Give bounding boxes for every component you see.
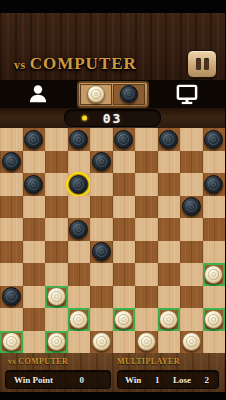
black-piece	[2, 152, 21, 171]
vs-pieces-panel	[77, 81, 149, 108]
title-main: COMPUTER	[30, 54, 137, 73]
board-cell-r6c2[interactable]	[45, 263, 68, 286]
board-cell-r1c2[interactable]	[45, 151, 68, 174]
board-cell-r7c0[interactable]	[0, 286, 23, 309]
board-cell-r2c2[interactable]	[45, 173, 68, 196]
board-cell-r7c8[interactable]	[180, 286, 203, 309]
board-cell-r5c7[interactable]	[158, 241, 181, 264]
white-piece	[114, 310, 133, 329]
win-label: Win	[125, 375, 141, 385]
board-cell-r1c0[interactable]	[0, 151, 23, 174]
board-cell-r0c8[interactable]	[180, 128, 203, 151]
move-timer: 03	[64, 109, 161, 127]
board-cell-r4c9[interactable]	[203, 218, 226, 241]
board-cell-r6c7[interactable]	[158, 263, 181, 286]
board-cell-r0c9[interactable]	[203, 128, 226, 151]
black-piece	[159, 130, 178, 149]
board-cell-r2c4[interactable]	[90, 173, 113, 196]
board-cell-r5c4[interactable]	[90, 241, 113, 264]
person-icon	[27, 83, 49, 105]
board-cell-r8c3[interactable]	[68, 308, 91, 331]
board-cell-r0c3[interactable]	[68, 128, 91, 151]
board-cell-r7c3[interactable]	[68, 286, 91, 309]
board-cell-r6c8[interactable]	[180, 263, 203, 286]
board-cell-r1c3[interactable]	[68, 151, 91, 174]
footer-left-section-label: vs COMPUTER	[8, 357, 68, 366]
board-cell-r6c5[interactable]	[113, 263, 136, 286]
board-cell-r7c2[interactable]	[45, 286, 68, 309]
white-piece	[47, 332, 66, 351]
board-cell-r2c7[interactable]	[158, 173, 181, 196]
timer-value: 03	[103, 111, 123, 126]
board-cell-r0c2[interactable]	[45, 128, 68, 151]
board-cell-r8c9[interactable]	[203, 308, 226, 331]
win-value: 1	[155, 375, 160, 385]
pause-icon	[204, 58, 209, 70]
black-piece	[182, 197, 201, 216]
computer-player-side	[149, 83, 226, 106]
board-cell-r9c0[interactable]	[0, 331, 23, 354]
board-cell-r1c7[interactable]	[158, 151, 181, 174]
board-cell-r5c2[interactable]	[45, 241, 68, 264]
page-title: vs COMPUTER	[14, 54, 137, 74]
board-cell-r5c3[interactable]	[68, 241, 91, 264]
board-cell-r4c4[interactable]	[90, 218, 113, 241]
board-cell-r3c0[interactable]	[0, 196, 23, 219]
board-cell-r4c0[interactable]	[0, 218, 23, 241]
board-cell-r2c3[interactable]	[68, 173, 91, 196]
board-cell-r8c6[interactable]	[135, 308, 158, 331]
black-piece	[69, 175, 88, 194]
header: vs COMPUTER	[0, 13, 225, 80]
board-cell-r5c0[interactable]	[0, 241, 23, 264]
board-cell-r8c1[interactable]	[23, 308, 46, 331]
black-piece	[69, 130, 88, 149]
board-cell-r9c8[interactable]	[180, 331, 203, 354]
board-cell-r2c6[interactable]	[135, 173, 158, 196]
board-cell-r5c8[interactable]	[180, 241, 203, 264]
board-cell-r1c8[interactable]	[180, 151, 203, 174]
board-cell-r5c6[interactable]	[135, 241, 158, 264]
board-cell-r7c7[interactable]	[158, 286, 181, 309]
black-piece	[204, 130, 223, 149]
board-cell-r0c5[interactable]	[113, 128, 136, 151]
board-cell-r7c9[interactable]	[203, 286, 226, 309]
black-piece	[92, 242, 111, 261]
board-cell-r3c2[interactable]	[45, 196, 68, 219]
white-piece	[92, 332, 111, 351]
board-cell-r7c5[interactable]	[113, 286, 136, 309]
board-cell-r6c4[interactable]	[90, 263, 113, 286]
board-cell-r0c6[interactable]	[135, 128, 158, 151]
white-checker	[87, 85, 105, 103]
nav-bar-strip	[0, 392, 225, 400]
board-cell-r9c9[interactable]	[203, 331, 226, 354]
board-cell-r8c2[interactable]	[45, 308, 68, 331]
white-piece	[47, 287, 66, 306]
board-cell-r3c8[interactable]	[180, 196, 203, 219]
board-cell-r1c4[interactable]	[90, 151, 113, 174]
board-cell-r9c5[interactable]	[113, 331, 136, 354]
black-piece	[204, 175, 223, 194]
white-piece-slot	[80, 84, 112, 105]
board-cell-r2c5[interactable]	[113, 173, 136, 196]
black-piece	[114, 130, 133, 149]
status-bar-strip	[0, 0, 225, 13]
board-cell-r2c9[interactable]	[203, 173, 226, 196]
white-piece	[182, 332, 201, 351]
board-cell-r9c7[interactable]	[158, 331, 181, 354]
white-piece	[204, 265, 223, 284]
board-cell-r1c6[interactable]	[135, 151, 158, 174]
board-cell-r9c1[interactable]	[23, 331, 46, 354]
board-cell-r2c8[interactable]	[180, 173, 203, 196]
board-cell-r4c3[interactable]	[68, 218, 91, 241]
timer-dot-icon	[82, 116, 87, 121]
title-prefix: vs	[14, 58, 26, 72]
board-cell-r6c3[interactable]	[68, 263, 91, 286]
white-piece	[137, 332, 156, 351]
board-cell-r9c2[interactable]	[45, 331, 68, 354]
board-cell-r9c3[interactable]	[68, 331, 91, 354]
pause-icon	[196, 58, 201, 70]
board-cell-r8c4[interactable]	[90, 308, 113, 331]
board-cell-r3c7[interactable]	[158, 196, 181, 219]
board-cell-r4c8[interactable]	[180, 218, 203, 241]
board-cell-r2c0[interactable]	[0, 173, 23, 196]
black-piece	[92, 152, 111, 171]
board-cell-r0c7[interactable]	[158, 128, 181, 151]
black-piece	[2, 287, 21, 306]
board-cell-r0c0[interactable]	[0, 128, 23, 151]
black-piece	[24, 175, 43, 194]
checkers-app-screen: vs COMPUTER	[0, 0, 225, 400]
pause-button[interactable]	[187, 50, 217, 78]
board-cell-r7c4[interactable]	[90, 286, 113, 309]
board-cell-r9c4[interactable]	[90, 331, 113, 354]
board-cell-r3c3[interactable]	[68, 196, 91, 219]
board-cell-r3c4[interactable]	[90, 196, 113, 219]
win-point-label: Win Point	[14, 375, 53, 385]
board-cell-r1c5[interactable]	[113, 151, 136, 174]
black-piece	[69, 220, 88, 239]
board-cell-r3c1[interactable]	[23, 196, 46, 219]
board-cell-r4c5[interactable]	[113, 218, 136, 241]
board-cell-r4c2[interactable]	[45, 218, 68, 241]
board-cell-r8c5[interactable]	[113, 308, 136, 331]
board-cell-r8c8[interactable]	[180, 308, 203, 331]
player-bar	[0, 80, 225, 108]
board-cell-r6c1[interactable]	[23, 263, 46, 286]
board-cell-r4c6[interactable]	[135, 218, 158, 241]
board-cell-r0c1[interactable]	[23, 128, 46, 151]
board-cell-r7c6[interactable]	[135, 286, 158, 309]
board-cell-r5c1[interactable]	[23, 241, 46, 264]
board-cell-r9c6[interactable]	[135, 331, 158, 354]
black-piece-slot	[113, 84, 145, 105]
lose-label: Lose	[173, 375, 191, 385]
white-piece	[69, 310, 88, 329]
board-cell-r6c9[interactable]	[203, 263, 226, 286]
win-lose-bar: Win 1 Lose 2	[117, 370, 219, 389]
board-cell-r3c5[interactable]	[113, 196, 136, 219]
board-cell-r5c5[interactable]	[113, 241, 136, 264]
board-cell-r3c9[interactable]	[203, 196, 226, 219]
board-cell-r5c9[interactable]	[203, 241, 226, 264]
board-cell-r6c6[interactable]	[135, 263, 158, 286]
black-piece	[24, 130, 43, 149]
board-cell-r4c1[interactable]	[23, 218, 46, 241]
board-cell-r8c7[interactable]	[158, 308, 181, 331]
checkers-board	[0, 128, 225, 353]
board-cell-r7c1[interactable]	[23, 286, 46, 309]
board-cell-r0c4[interactable]	[90, 128, 113, 151]
win-point-bar: Win Point 0	[5, 370, 111, 389]
footer-stats-panel: vs COMPUTER MULTIPLAYER Win Point 0 Win …	[0, 353, 225, 392]
board-cell-r8c0[interactable]	[0, 308, 23, 331]
footer-right-section-label: MULTIPLAYER	[117, 357, 180, 366]
human-player-side	[0, 83, 77, 105]
board-cell-r1c1[interactable]	[23, 151, 46, 174]
board-cell-r6c0[interactable]	[0, 263, 23, 286]
board-cell-r3c6[interactable]	[135, 196, 158, 219]
lose-value: 2	[204, 375, 209, 385]
white-piece	[204, 310, 223, 329]
black-checker	[120, 85, 138, 103]
computer-monitor-icon	[175, 83, 199, 106]
win-point-value: 0	[80, 375, 85, 385]
white-piece	[159, 310, 178, 329]
white-piece	[2, 332, 21, 351]
board-cell-r4c7[interactable]	[158, 218, 181, 241]
board-cell-r1c9[interactable]	[203, 151, 226, 174]
board-cell-r2c1[interactable]	[23, 173, 46, 196]
timer-row: 03	[0, 108, 225, 128]
